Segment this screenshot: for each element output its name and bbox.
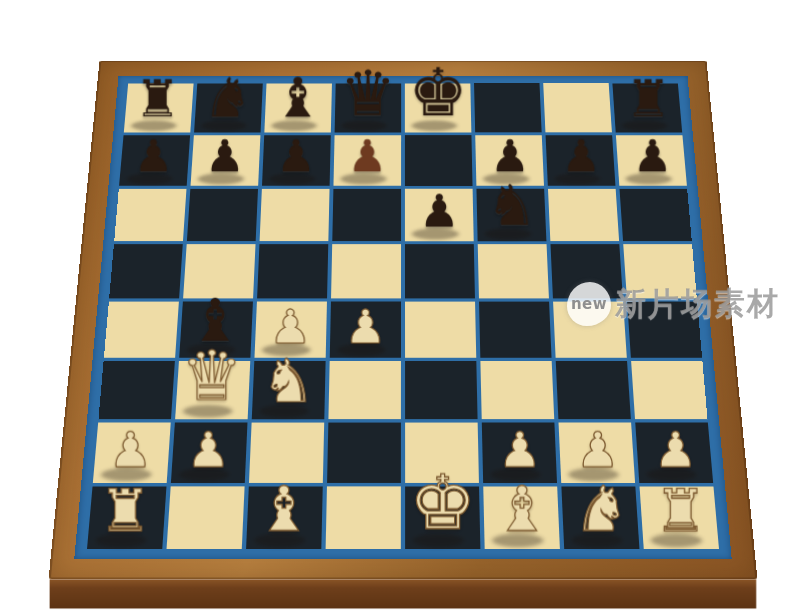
watermark-new-badge: new [567, 282, 611, 326]
square-c7: ♟ [262, 135, 331, 186]
piece-black-pawn-g7: ♟ [561, 134, 601, 178]
piece-black-king-e8: ♚ [408, 59, 467, 125]
square-d5 [331, 244, 401, 298]
piece-black-queen-d8: ♛ [340, 63, 396, 126]
square-f1: ♝ [483, 486, 560, 549]
square-c3: ♞ [252, 361, 326, 419]
square-c5 [257, 244, 328, 298]
square-c8: ♝ [264, 83, 332, 132]
square-b6 [187, 189, 258, 241]
square-g8 [543, 83, 612, 132]
square-a3 [98, 361, 174, 419]
piece-white-rook-h1: ♜ [655, 482, 707, 540]
piece-white-queen-b3: ♛ [181, 343, 242, 411]
square-d7: ♟ [333, 135, 401, 186]
square-f4 [479, 302, 551, 358]
square-a8: ♜ [124, 83, 194, 132]
piece-white-knight-g1: ♞ [573, 478, 629, 540]
square-f3 [480, 361, 554, 419]
square-b2: ♟ [171, 423, 248, 483]
piece-white-pawn-c4: ♟ [269, 303, 311, 350]
square-e6: ♟ [405, 189, 474, 241]
watermark-badge-label: new [571, 295, 607, 313]
piece-white-pawn-d4: ♟ [345, 303, 387, 350]
piece-white-knight-c3: ♞ [261, 351, 315, 411]
square-a1: ♜ [87, 486, 166, 549]
square-h7: ♟ [616, 135, 687, 186]
square-c6 [260, 189, 330, 241]
square-e5 [405, 244, 475, 298]
piece-black-rook-h8: ♜ [625, 74, 671, 125]
square-h1: ♜ [640, 486, 719, 549]
square-g3 [556, 361, 631, 419]
square-a7: ♟ [119, 135, 190, 186]
square-h6 [620, 189, 692, 241]
square-d8: ♛ [335, 83, 402, 132]
square-e1: ♚ [405, 486, 480, 549]
piece-black-pawn-e6: ♟ [419, 189, 459, 234]
piece-white-pawn-a2: ♟ [109, 426, 152, 474]
square-g1: ♞ [561, 486, 639, 549]
piece-black-pawn-a7: ♟ [134, 134, 174, 178]
piece-white-pawn-f2: ♟ [498, 426, 541, 474]
square-f6: ♞ [476, 189, 546, 241]
piece-black-knight-f6: ♞ [486, 177, 537, 234]
piece-white-bishop-c1: ♝ [256, 478, 312, 540]
square-b1 [167, 486, 245, 549]
square-a5 [109, 244, 183, 298]
piece-black-bishop-c8: ♝ [273, 70, 322, 125]
piece-white-pawn-b2: ♟ [187, 426, 230, 474]
square-d6 [332, 189, 401, 241]
piece-black-rook-a8: ♜ [135, 74, 181, 125]
square-a4 [104, 302, 179, 358]
square-d1 [326, 486, 401, 549]
watermark-text: 新片场素材 [615, 283, 780, 325]
piece-white-pawn-g2: ♟ [576, 426, 619, 474]
square-a6 [114, 189, 186, 241]
square-h8: ♜ [612, 83, 682, 132]
piece-black-knight-b8: ♞ [203, 70, 252, 125]
square-e8: ♚ [405, 83, 472, 132]
square-d4: ♟ [330, 302, 401, 358]
square-f5 [478, 244, 549, 298]
piece-black-pawn-d7: ♟ [347, 134, 387, 178]
watermark: new 新片场素材 [567, 282, 780, 326]
square-g7: ♟ [546, 135, 616, 186]
square-a2: ♟ [93, 423, 171, 483]
square-d2 [327, 423, 401, 483]
square-h3 [631, 361, 707, 419]
square-c1: ♝ [246, 486, 323, 549]
piece-black-pawn-h7: ♟ [633, 134, 673, 178]
piece-black-pawn-b7: ♟ [205, 134, 245, 178]
piece-black-pawn-c7: ♟ [276, 134, 316, 178]
frame-front-edge [50, 579, 757, 608]
square-e3 [405, 361, 478, 419]
square-e7 [405, 135, 473, 186]
square-d3 [328, 361, 401, 419]
square-b8: ♞ [194, 83, 263, 132]
square-b7: ♟ [191, 135, 261, 186]
square-f8 [474, 83, 542, 132]
square-e4 [405, 302, 476, 358]
square-h2: ♟ [635, 423, 713, 483]
piece-white-pawn-h2: ♟ [654, 426, 697, 474]
piece-white-bishop-f1: ♝ [494, 478, 550, 540]
piece-white-rook-a1: ♜ [99, 482, 151, 540]
piece-white-king-e1: ♚ [409, 465, 476, 540]
square-b3: ♛ [175, 361, 250, 419]
square-g6 [548, 189, 619, 241]
